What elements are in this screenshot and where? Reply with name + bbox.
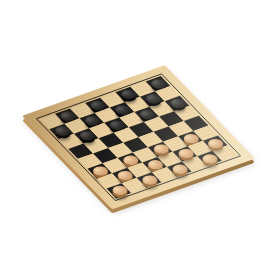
product-photo-scene [0, 0, 280, 280]
checkers-board [22, 65, 255, 210]
